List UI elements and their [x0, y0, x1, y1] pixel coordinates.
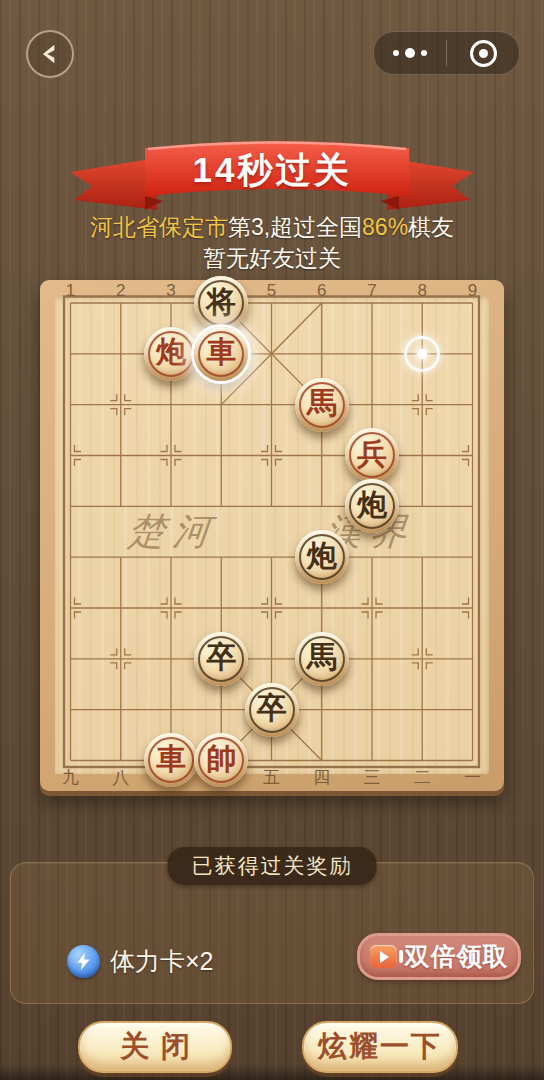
piece-glyph: 炮 [307, 536, 337, 577]
file-label-bottom: 五 [263, 766, 280, 789]
rank-text-segment: 86% [362, 214, 408, 240]
xiangqi-piece-black[interactable]: 将 [194, 276, 248, 330]
back-button[interactable] [26, 30, 74, 78]
xiangqi-piece-red[interactable]: 炮 [144, 327, 198, 381]
xiangqi-piece-black[interactable]: 馬 [295, 632, 349, 686]
show-off-button[interactable]: 炫耀一下 [302, 1021, 458, 1073]
piece-glyph: 卒 [206, 637, 236, 678]
piece-glyph: 将 [206, 282, 236, 323]
piece-glyph: 馬 [307, 637, 337, 678]
close-button[interactable]: 关闭 [78, 1021, 232, 1073]
file-label-top: 2 [116, 281, 125, 301]
file-label-top: 3 [166, 281, 175, 301]
file-label-top: 5 [267, 281, 276, 301]
file-label-bottom: 九 [62, 766, 79, 789]
xiangqi-board[interactable]: 123456789九八七六五四三二一楚河漢界将炮車馬兵炮炮卒馬卒車帥 [40, 280, 504, 791]
exit-circle-button[interactable] [447, 32, 519, 74]
video-ad-icon [370, 945, 397, 968]
file-label-top: 6 [317, 281, 326, 301]
file-label-bottom: 八 [112, 766, 129, 789]
piece-glyph: 兵 [357, 434, 387, 475]
rank-text: 河北省保定市第3,超过全国86%棋友 [0, 212, 544, 243]
xiangqi-piece-red[interactable]: 車 [194, 327, 248, 381]
target-circle-icon [470, 40, 497, 67]
reward-label: 体力卡×2 [110, 945, 214, 978]
piece-glyph: 車 [156, 739, 186, 780]
back-arrow-icon [37, 41, 63, 67]
river-left-text: 楚河 [125, 507, 220, 557]
rank-text-segment: 河北省保定市 [90, 214, 228, 240]
wechat-capsule [373, 31, 520, 75]
rank-text-segment: 第3,超过全国 [228, 214, 362, 240]
result-banner: 14秒过关 [62, 130, 482, 218]
xiangqi-piece-black[interactable]: 炮 [295, 530, 349, 584]
xiangqi-piece-black[interactable]: 卒 [245, 683, 299, 737]
piece-glyph: 炮 [357, 485, 387, 526]
xiangqi-piece-black[interactable]: 卒 [194, 632, 248, 686]
banner-title: 14秒过关 [62, 147, 482, 194]
file-label-top: 9 [468, 281, 477, 301]
file-label-top: 7 [367, 281, 376, 301]
last-move-marker [404, 336, 440, 372]
friends-text: 暂无好友过关 [0, 243, 544, 274]
file-label-bottom: 三 [364, 766, 381, 789]
reward-panel: 已获得过关奖励 体力卡×2 双倍领取 [10, 862, 534, 1004]
piece-glyph: 帥 [206, 739, 236, 780]
more-menu-button[interactable] [374, 32, 446, 74]
xiangqi-piece-black[interactable]: 炮 [345, 479, 399, 533]
file-label-top: 8 [418, 281, 427, 301]
file-label-bottom: 一 [464, 766, 481, 789]
piece-glyph: 炮 [156, 332, 186, 373]
double-claim-button[interactable]: 双倍领取 [357, 933, 521, 980]
rank-stats: 河北省保定市第3,超过全国86%棋友 暂无好友过关 [0, 212, 544, 274]
piece-glyph: 卒 [257, 688, 287, 729]
file-label-bottom: 二 [414, 766, 431, 789]
rank-text-segment: 棋友 [408, 214, 454, 240]
piece-glyph: 馬 [307, 383, 337, 424]
energy-card-icon [67, 945, 100, 978]
xiangqi-piece-red[interactable]: 馬 [295, 378, 349, 432]
piece-glyph: 車 [206, 332, 236, 373]
file-label-top: 1 [66, 281, 75, 301]
reward-title-badge: 已获得过关奖励 [168, 847, 377, 885]
file-label-bottom: 四 [313, 766, 330, 789]
